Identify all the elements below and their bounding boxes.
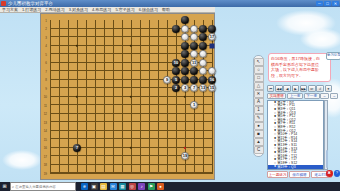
move-number-label: 10 [174, 61, 178, 65]
black-stone[interactable] [208, 24, 216, 32]
star-point [130, 44, 132, 46]
taskbar-app-icon-5[interactable]: ▦ [119, 183, 126, 190]
white-stone[interactable] [199, 50, 207, 58]
black-stone[interactable] [172, 67, 180, 75]
commentary-line: 段，双方均可下。 [271, 73, 328, 79]
annotation-toolbar: ↖○□△✕A1✎●■▲C [253, 55, 264, 157]
taskbar-app-icon-7[interactable]: ♪ [138, 183, 145, 190]
guide-tab[interactable]: 学习引导 [326, 52, 340, 60]
white-stone[interactable] [181, 33, 189, 41]
board-coordinate-label: 1 [41, 19, 47, 23]
white-stone[interactable] [181, 24, 189, 32]
help-icon[interactable]: ? [334, 170, 340, 177]
variation-tab-2[interactable]: 上一变 [287, 93, 303, 99]
start-button[interactable]: ⊞ [0, 182, 9, 191]
board-coordinate-label: 18 [41, 163, 47, 167]
maximize-button[interactable]: □ [324, 1, 331, 6]
vcr-button-3[interactable]: ◀ [283, 85, 290, 92]
move-number-label: 9 [166, 78, 168, 82]
white-stone[interactable]: 11 [190, 58, 198, 66]
black-stone[interactable] [181, 50, 189, 58]
tool-button-8[interactable]: ✎ [254, 114, 264, 122]
taskbar-app-icon-1[interactable]: e [81, 183, 88, 190]
move-number-label: 15 [210, 86, 214, 90]
white-stone[interactable]: 7 [190, 84, 198, 92]
move-number-label: 16 [210, 78, 214, 82]
vcr-button-6[interactable]: ⏭ [308, 85, 315, 92]
board-coordinate-label: 12 [41, 112, 47, 116]
board-coordinate-label: 3 [41, 36, 47, 40]
taskbar-app-icon-4[interactable]: ✉ [110, 183, 117, 190]
white-stone[interactable] [190, 33, 198, 41]
board-coordinate-label: 10 [41, 95, 47, 99]
board-coordinate-label: 19 [41, 172, 47, 176]
tool-button-10[interactable]: ■ [254, 130, 264, 138]
tool-button-2[interactable]: ○ [254, 66, 264, 74]
move-number-label: 3 [184, 86, 186, 90]
variation-tab-1[interactable]: 实战图谱 [267, 93, 286, 99]
menu-item-1[interactable]: 学习方案 [2, 7, 18, 12]
app-window: 少儿围棋教学对弈平台 ─ □ ✕ 学习方案1.打谱练习2.死活练习3.对杀练习4… [0, 0, 340, 191]
black-stone[interactable] [181, 58, 189, 66]
black-stone[interactable] [190, 75, 198, 83]
black-stone[interactable] [199, 33, 207, 41]
search-icon: ⌕ [12, 184, 14, 189]
taskbar-app-icon-8[interactable]: ⚑ [148, 183, 155, 190]
black-move-icon: ● [274, 165, 276, 169]
black-stone[interactable] [172, 24, 180, 32]
move-number-label: 19 [183, 154, 187, 158]
star-point [76, 95, 78, 97]
board-coordinate-label: 15 [41, 138, 47, 142]
taskbar-app-icon-9[interactable]: ● [157, 183, 164, 190]
board-coordinate-label: 11 [41, 104, 47, 108]
vcr-button-7[interactable]: ↺ [316, 85, 323, 92]
board-coordinate-label: 4 [41, 44, 47, 48]
menu-item-8[interactable]: 帮助 [162, 7, 170, 12]
tool-button-7[interactable]: 1 [254, 106, 264, 114]
square-marker [210, 43, 215, 48]
vcr-button-5[interactable]: ▶▶ [300, 85, 307, 92]
taskbar-app-icon-2[interactable]: ▣ [91, 183, 98, 190]
black-stone[interactable] [199, 75, 207, 83]
black-stone[interactable]: 16 [208, 75, 216, 83]
move-number-label: 1 [193, 103, 195, 107]
board-coordinate-label: 16 [41, 146, 47, 150]
sidebar-round-buttons: ✖? [326, 170, 340, 177]
black-stone[interactable] [181, 75, 189, 83]
variation-tab-3[interactable]: 下一变 [304, 93, 320, 99]
tool-button-1[interactable]: ↖ [254, 58, 264, 66]
move-number-label: 17 [210, 35, 214, 39]
board-coordinate-label: 14 [41, 129, 47, 133]
vcr-button-4[interactable]: ▶ [292, 85, 299, 92]
window-title: 少儿围棋教学对弈平台 [8, 1, 53, 6]
move-number-label: 7 [193, 86, 195, 90]
board-coordinate-label: 5 [41, 53, 47, 57]
right-sidebar: ☺网络对弈★棋友列表✿棋盘设置▦人机对弈▤打谱学习▭教学视频◎积分查询 [325, 13, 340, 182]
move-text: 第19手：Q3 [277, 166, 295, 169]
board-coordinate-label: 13 [41, 121, 47, 125]
search-input[interactable] [15, 185, 71, 189]
move-number-label: 5 [175, 78, 177, 82]
taskbar-app-icon-3[interactable]: ▤ [100, 183, 107, 190]
black-stone[interactable]: 10 [172, 58, 180, 66]
taskbar-app-icon-6[interactable]: ◎ [129, 183, 136, 190]
vcr-controls: ⏮◀◀◀▶▶▶⏭↺▼ [267, 85, 332, 92]
white-stone[interactable] [190, 50, 198, 58]
white-stone[interactable]: 17 [208, 33, 216, 41]
variation-tabs: 实战图谱上一变下一变←→ [267, 93, 332, 99]
star-point [130, 146, 132, 148]
title-bar: 少儿围棋教学对弈平台 ─ □ ✕ [0, 0, 340, 7]
vcr-button-1[interactable]: ⏮ [267, 85, 274, 92]
vcr-button-2[interactable]: ◀◀ [275, 85, 282, 92]
white-stone[interactable] [208, 67, 216, 75]
red-dot-marker [184, 146, 186, 148]
board-grid: 1234567891011121314151617181917101195162… [50, 20, 213, 174]
black-stone[interactable] [190, 41, 198, 49]
tool-button-11[interactable]: ▲ [254, 138, 264, 146]
star-point [184, 95, 186, 97]
move-number-label: 2 [175, 86, 177, 90]
minimize-button[interactable]: ─ [316, 1, 323, 6]
menu-item-6[interactable]: 5.官子练习 [115, 7, 134, 12]
taskbar-app-icons: e▣▤✉▦◎♪⚑● [81, 183, 164, 190]
close-button[interactable]: ✕ [332, 1, 339, 6]
board-coordinate-label: 17 [41, 155, 47, 159]
white-stone[interactable]: 3 [181, 84, 189, 92]
go-board[interactable]: 1234567891011121314151617181917101195162… [40, 13, 215, 180]
exit-icon[interactable]: ✖ [326, 170, 333, 177]
move-list-row[interactable]: ●第19手：Q3 [268, 165, 323, 169]
app-icon [1, 1, 6, 6]
tool-button-9[interactable]: ● [254, 122, 264, 130]
tool-button-3[interactable]: □ [254, 74, 264, 82]
star-point [76, 44, 78, 46]
star-point [130, 95, 132, 97]
white-stone[interactable] [190, 24, 198, 32]
black-stone[interactable] [199, 41, 207, 49]
white-stone[interactable]: 13 [199, 84, 207, 92]
move-number-label: 7 [76, 146, 78, 150]
white-stone[interactable]: 15 [208, 84, 216, 92]
menu-item-5[interactable]: 4.布局练习 [92, 7, 111, 12]
white-stone[interactable]: 1 [190, 101, 198, 109]
board-coordinate-label: 2 [41, 27, 47, 31]
move-number-label: 13 [201, 86, 205, 90]
tool-button-12[interactable]: C [254, 146, 264, 154]
white-stone[interactable]: 19 [181, 152, 189, 160]
cloud-decoration [2, 150, 42, 170]
taskbar-search[interactable]: ⌕ [10, 182, 76, 191]
panel-button-2[interactable]: 保存棋谱 [289, 171, 310, 178]
board-coordinate-label: 6 [41, 61, 47, 65]
move-number-label: 11 [192, 61, 196, 65]
black-stone[interactable]: 2 [172, 84, 180, 92]
black-stone[interactable] [181, 16, 189, 24]
menu-item-4[interactable]: 3.对杀练习 [69, 7, 88, 12]
panel-bottom-buttons: 上一题练习保存棋谱退出打谱 [267, 171, 332, 178]
windows-taskbar: ⊞ ⌕ e▣▤✉▦◎♪⚑● ^ 中 ♪ 16:09 [0, 182, 340, 191]
white-stone[interactable] [199, 58, 207, 66]
menu-item-7[interactable]: 6.综合练习 [139, 7, 158, 12]
white-stone[interactable]: 9 [163, 75, 171, 83]
tool-button-6[interactable]: A [254, 98, 264, 106]
black-stone[interactable]: 7 [73, 143, 81, 151]
board-coordinate-label: 9 [41, 87, 47, 91]
black-stone[interactable] [199, 24, 207, 32]
tool-button-4[interactable]: △ [254, 82, 264, 90]
panel-button-1[interactable]: 上一题练习 [267, 171, 288, 178]
commentary-line: 白16路压，黑17路扳接，白 [271, 56, 328, 62]
black-stone[interactable] [181, 41, 189, 49]
black-stone[interactable] [181, 67, 189, 75]
black-stone[interactable] [190, 67, 198, 75]
menu-item-2[interactable]: 1.打谱练习 [22, 7, 41, 12]
board-coordinate-label: 8 [41, 78, 47, 82]
black-stone[interactable]: 5 [172, 75, 180, 83]
board-coordinate-label: 7 [41, 70, 47, 74]
tool-button-5[interactable]: ✕ [254, 90, 264, 98]
commentary-box: 白16路压，黑17路扳接，白棋先手定形后占据下边星位大场，以下进入布局中盘阶段，… [268, 53, 331, 82]
move-list[interactable]: ●第1手：R9○第2手：P11●第3手：Q11○第4手：Q13●第5手：P12○… [267, 100, 324, 170]
white-stone[interactable] [199, 67, 207, 75]
menu-item-3[interactable]: 2.死活练习 [45, 7, 64, 12]
